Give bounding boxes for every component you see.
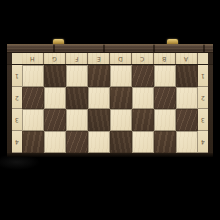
rank-label: 2 (12, 87, 22, 109)
board-square (88, 109, 110, 131)
rank-label: 1 (12, 65, 22, 87)
board-square (22, 87, 44, 109)
board-square (132, 65, 154, 87)
board-square (176, 131, 198, 153)
board-face: HGFEDCBA 1234 1234 (7, 53, 213, 153)
board-square (132, 131, 154, 153)
file-label: F (66, 53, 88, 64)
board-square (66, 87, 88, 109)
board-square (22, 65, 44, 87)
board-square (154, 87, 176, 109)
board-front-edge-shadow (7, 153, 213, 157)
board-square (132, 109, 154, 131)
board-square (44, 65, 66, 87)
board-square (110, 131, 132, 153)
board-square (176, 87, 198, 109)
board-square (110, 109, 132, 131)
board-square (154, 109, 176, 131)
file-label: G (44, 53, 66, 64)
border-corner-left (7, 53, 22, 64)
file-label: C (132, 53, 154, 64)
rank-cells-right: 1234 (198, 65, 208, 153)
rank-label: 3 (12, 109, 22, 131)
photo-background: HGFEDCBA 1234 1234 (0, 0, 220, 220)
rank-label: 4 (12, 131, 22, 153)
board-square (66, 131, 88, 153)
file-label: D (110, 53, 132, 64)
checkerboard-squares (22, 65, 198, 153)
rank-label: 4 (198, 131, 208, 153)
board-square (66, 65, 88, 87)
board-body: 1234 1234 (7, 65, 213, 153)
board-square (154, 65, 176, 87)
board-hinge-edge (7, 44, 213, 53)
board-square (22, 109, 44, 131)
board-square (176, 109, 198, 131)
board-square (88, 87, 110, 109)
folded-chess-board: HGFEDCBA 1234 1234 (7, 38, 213, 157)
board-square (88, 131, 110, 153)
file-label: B (154, 53, 176, 64)
board-square (176, 65, 198, 87)
board-square (110, 65, 132, 87)
board-square (88, 65, 110, 87)
rank-label-border-right: 1234 (198, 65, 213, 153)
rank-label: 1 (198, 65, 208, 87)
board-square (44, 109, 66, 131)
file-label: A (176, 53, 198, 64)
rank-cells-left: 1234 (12, 65, 22, 153)
board-square (66, 109, 88, 131)
board-square (132, 87, 154, 109)
file-label: H (22, 53, 44, 64)
board-square (110, 87, 132, 109)
frame-edge-right (208, 65, 213, 153)
board-square (44, 131, 66, 153)
board-square (22, 131, 44, 153)
rank-label: 2 (198, 87, 208, 109)
file-label-border: HGFEDCBA (7, 53, 213, 65)
board-square (44, 87, 66, 109)
rank-label-border-left: 1234 (7, 65, 22, 153)
rank-label: 3 (198, 109, 208, 131)
board-square (154, 131, 176, 153)
file-label: E (88, 53, 110, 64)
border-corner-right (198, 53, 213, 64)
